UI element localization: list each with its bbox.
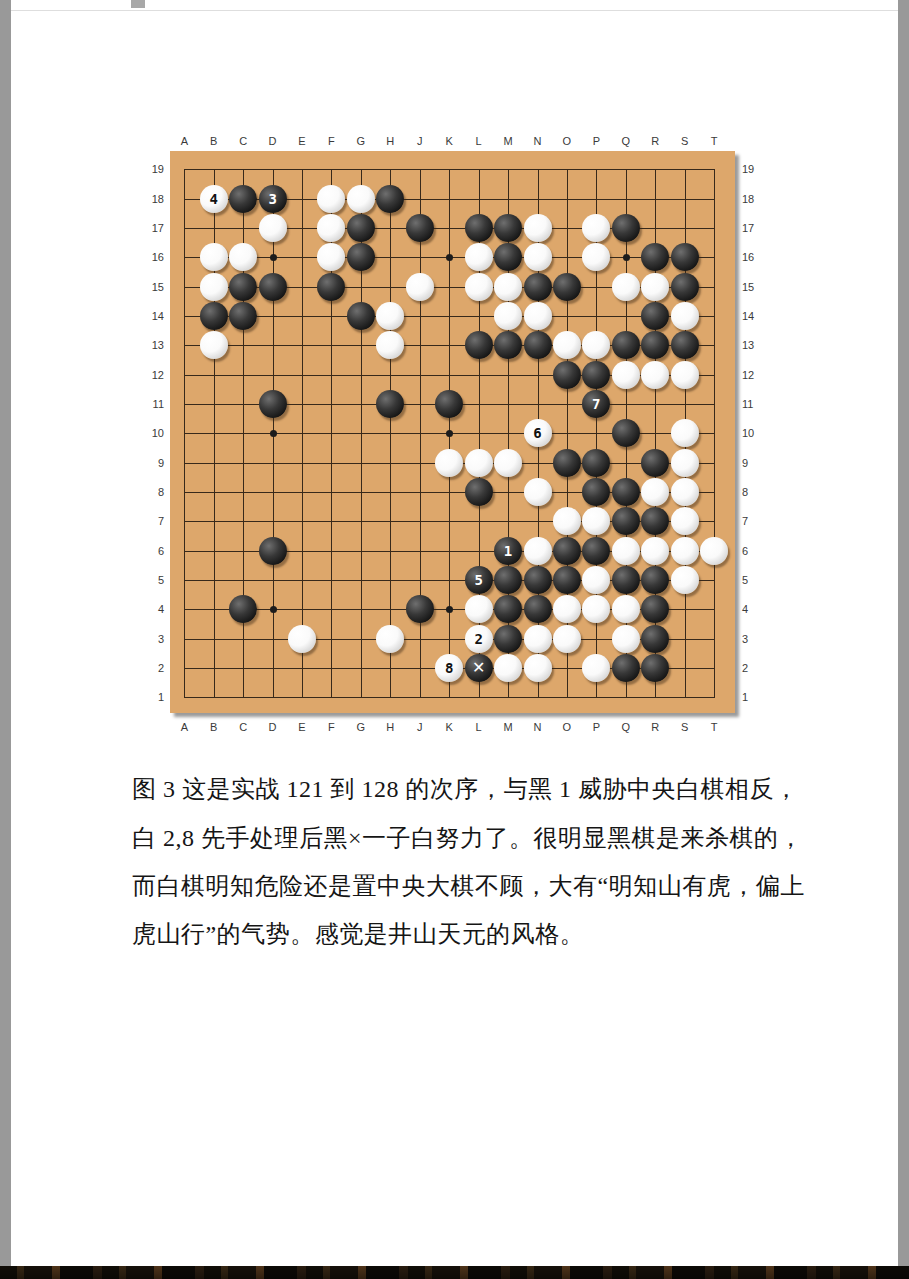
white-stone-B15 bbox=[200, 273, 228, 301]
white-stone-R8 bbox=[641, 478, 669, 506]
black-stone-P11: 7 bbox=[582, 390, 610, 418]
coord-label-top: R bbox=[645, 134, 665, 148]
coord-label-bottom: O bbox=[557, 720, 577, 734]
black-stone-N13 bbox=[524, 331, 552, 359]
coord-label-left: 12 bbox=[140, 368, 164, 382]
black-stone-C14 bbox=[229, 302, 257, 330]
white-stone-S14 bbox=[671, 302, 699, 330]
white-stone-Q3 bbox=[612, 625, 640, 653]
coord-label-left: 17 bbox=[140, 221, 164, 235]
coord-label-bottom: P bbox=[586, 720, 606, 734]
star-point bbox=[270, 254, 277, 261]
coord-label-top: O bbox=[557, 134, 577, 148]
coord-label-bottom: H bbox=[380, 720, 400, 734]
white-stone-R12 bbox=[641, 361, 669, 389]
white-stone-D17 bbox=[259, 214, 287, 242]
white-stone-O7 bbox=[553, 507, 581, 535]
coord-label-top: A bbox=[174, 134, 194, 148]
coord-label-right: 5 bbox=[742, 573, 766, 587]
white-stone-E3 bbox=[288, 625, 316, 653]
right-gutter bbox=[898, 0, 909, 1266]
star-point bbox=[270, 606, 277, 613]
coord-label-left: 6 bbox=[140, 544, 164, 558]
white-stone-S10 bbox=[671, 419, 699, 447]
white-stone-L16 bbox=[465, 243, 493, 271]
black-stone-L2: ✕ bbox=[465, 654, 493, 682]
x-mark: ✕ bbox=[472, 660, 485, 676]
coord-label-right: 8 bbox=[742, 485, 766, 499]
black-stone-S16 bbox=[671, 243, 699, 271]
white-stone-H14 bbox=[376, 302, 404, 330]
coord-label-top: G bbox=[351, 134, 371, 148]
black-stone-Q2 bbox=[612, 654, 640, 682]
black-stone-Q8 bbox=[612, 478, 640, 506]
black-stone-P12 bbox=[582, 361, 610, 389]
black-stone-R14 bbox=[641, 302, 669, 330]
coord-label-bottom: N bbox=[528, 720, 548, 734]
black-stone-P6 bbox=[582, 537, 610, 565]
white-stone-Q6 bbox=[612, 537, 640, 565]
coord-label-right: 1 bbox=[742, 690, 766, 704]
coord-label-left: 11 bbox=[140, 397, 164, 411]
white-stone-S5 bbox=[671, 566, 699, 594]
coord-label-left: 16 bbox=[140, 250, 164, 264]
white-stone-S7 bbox=[671, 507, 699, 535]
coord-label-bottom: M bbox=[498, 720, 518, 734]
white-stone-Q12 bbox=[612, 361, 640, 389]
white-stone-M2 bbox=[494, 654, 522, 682]
coord-label-right: 3 bbox=[742, 632, 766, 646]
move-number-label: 1 bbox=[504, 543, 512, 559]
black-stone-P8 bbox=[582, 478, 610, 506]
white-stone-P2 bbox=[582, 654, 610, 682]
coord-label-bottom: B bbox=[204, 720, 224, 734]
coord-label-right: 12 bbox=[742, 368, 766, 382]
coord-label-top: L bbox=[469, 134, 489, 148]
coord-label-right: 9 bbox=[742, 456, 766, 470]
white-stone-S12 bbox=[671, 361, 699, 389]
coord-label-bottom: G bbox=[351, 720, 371, 734]
white-stone-N17 bbox=[524, 214, 552, 242]
black-stone-Q17 bbox=[612, 214, 640, 242]
black-stone-O5 bbox=[553, 566, 581, 594]
black-stone-C15 bbox=[229, 273, 257, 301]
white-stone-R6 bbox=[641, 537, 669, 565]
coord-label-bottom: L bbox=[469, 720, 489, 734]
black-stone-R2 bbox=[641, 654, 669, 682]
black-stone-L17 bbox=[465, 214, 493, 242]
coord-label-bottom: A bbox=[174, 720, 194, 734]
black-stone-Q10 bbox=[612, 419, 640, 447]
white-stone-T6 bbox=[700, 537, 728, 565]
coord-label-top: M bbox=[498, 134, 518, 148]
white-stone-O13 bbox=[553, 331, 581, 359]
black-stone-O15 bbox=[553, 273, 581, 301]
coord-label-bottom: R bbox=[645, 720, 665, 734]
grid-line-vertical bbox=[714, 169, 715, 698]
star-point bbox=[270, 430, 277, 437]
black-stone-D15 bbox=[259, 273, 287, 301]
black-stone-C18 bbox=[229, 185, 257, 213]
black-stone-L13 bbox=[465, 331, 493, 359]
black-stone-G16 bbox=[347, 243, 375, 271]
black-stone-F15 bbox=[317, 273, 345, 301]
coord-label-right: 18 bbox=[742, 192, 766, 206]
coord-label-bottom: T bbox=[704, 720, 724, 734]
caption-line-1[interactable]: 图 3 这是实战 121 到 128 的次序，与黑 1 威胁中央白棋相反， bbox=[132, 773, 799, 805]
black-stone-J4 bbox=[406, 595, 434, 623]
white-stone-Q15 bbox=[612, 273, 640, 301]
coord-label-right: 11 bbox=[742, 397, 766, 411]
coord-label-left: 18 bbox=[140, 192, 164, 206]
coord-label-left: 14 bbox=[140, 309, 164, 323]
coord-label-left: 7 bbox=[140, 514, 164, 528]
coord-label-left: 19 bbox=[140, 162, 164, 176]
black-stone-B14 bbox=[200, 302, 228, 330]
white-stone-L9 bbox=[465, 449, 493, 477]
white-stone-O4 bbox=[553, 595, 581, 623]
white-stone-S9 bbox=[671, 449, 699, 477]
black-stone-Q5 bbox=[612, 566, 640, 594]
coord-label-top: B bbox=[204, 134, 224, 148]
black-stone-R9 bbox=[641, 449, 669, 477]
move-number-label: 7 bbox=[592, 396, 600, 412]
coord-label-top: K bbox=[439, 134, 459, 148]
go-board-figure[interactable]: AABBCCDDEEFFGGHHJJKKLLMMNNOOPPQQRRSSTT19… bbox=[140, 128, 765, 743]
black-stone-O12 bbox=[553, 361, 581, 389]
white-stone-O3 bbox=[553, 625, 581, 653]
coord-label-left: 1 bbox=[140, 690, 164, 704]
coord-label-top: D bbox=[263, 134, 283, 148]
caption-line-3[interactable]: 而白棋明知危险还是置中央大棋不顾，大有“明知山有虎，偏上 bbox=[132, 870, 805, 902]
black-stone-N4 bbox=[524, 595, 552, 623]
black-stone-D18: 3 bbox=[259, 185, 287, 213]
white-stone-H3 bbox=[376, 625, 404, 653]
black-stone-R5 bbox=[641, 566, 669, 594]
black-stone-M5 bbox=[494, 566, 522, 594]
move-number-label: 8 bbox=[445, 660, 453, 676]
coord-label-right: 6 bbox=[742, 544, 766, 558]
move-number-label: 5 bbox=[474, 572, 482, 588]
black-stone-L8 bbox=[465, 478, 493, 506]
desktop-wallpaper-strip bbox=[0, 1266, 909, 1279]
black-stone-G17 bbox=[347, 214, 375, 242]
black-stone-N15 bbox=[524, 273, 552, 301]
coord-label-top: N bbox=[528, 134, 548, 148]
black-stone-H11 bbox=[376, 390, 404, 418]
coord-label-bottom: Q bbox=[616, 720, 636, 734]
coord-label-left: 9 bbox=[140, 456, 164, 470]
white-stone-L3: 2 bbox=[465, 625, 493, 653]
black-stone-M3 bbox=[494, 625, 522, 653]
coord-label-bottom: E bbox=[292, 720, 312, 734]
coord-label-left: 3 bbox=[140, 632, 164, 646]
white-stone-R15 bbox=[641, 273, 669, 301]
black-stone-O6 bbox=[553, 537, 581, 565]
black-stone-N5 bbox=[524, 566, 552, 594]
coord-label-top: F bbox=[321, 134, 341, 148]
white-stone-K9 bbox=[435, 449, 463, 477]
coord-label-top: S bbox=[675, 134, 695, 148]
white-stone-P5 bbox=[582, 566, 610, 594]
white-stone-G18 bbox=[347, 185, 375, 213]
coord-label-bottom: C bbox=[233, 720, 253, 734]
white-stone-N6 bbox=[524, 537, 552, 565]
coord-label-right: 17 bbox=[742, 221, 766, 235]
coord-label-top: E bbox=[292, 134, 312, 148]
black-stone-M6: 1 bbox=[494, 537, 522, 565]
white-stone-J15 bbox=[406, 273, 434, 301]
grid-line-horizontal bbox=[184, 697, 715, 698]
coord-label-left: 8 bbox=[140, 485, 164, 499]
page-top-divider bbox=[11, 10, 898, 11]
coord-label-bottom: S bbox=[675, 720, 695, 734]
coord-label-right: 4 bbox=[742, 602, 766, 616]
coord-label-right: 2 bbox=[742, 661, 766, 675]
white-stone-Q4 bbox=[612, 595, 640, 623]
white-stone-N2 bbox=[524, 654, 552, 682]
coord-label-top: P bbox=[586, 134, 606, 148]
coord-label-left: 5 bbox=[140, 573, 164, 587]
coord-label-right: 16 bbox=[742, 250, 766, 264]
coord-label-bottom: K bbox=[439, 720, 459, 734]
move-number-label: 6 bbox=[533, 425, 541, 441]
caption-line-4[interactable]: 虎山行”的气势。感觉是井山天元的风格。 bbox=[132, 918, 584, 950]
white-stone-B18: 4 bbox=[200, 185, 228, 213]
black-stone-D6 bbox=[259, 537, 287, 565]
white-stone-B13 bbox=[200, 331, 228, 359]
black-stone-L5: 5 bbox=[465, 566, 493, 594]
coord-label-bottom: F bbox=[321, 720, 341, 734]
white-stone-M15 bbox=[494, 273, 522, 301]
black-stone-O9 bbox=[553, 449, 581, 477]
coord-label-right: 13 bbox=[742, 338, 766, 352]
black-stone-R3 bbox=[641, 625, 669, 653]
coord-label-left: 13 bbox=[140, 338, 164, 352]
white-stone-N14 bbox=[524, 302, 552, 330]
coord-label-top: Q bbox=[616, 134, 636, 148]
white-stone-L15 bbox=[465, 273, 493, 301]
white-stone-N8 bbox=[524, 478, 552, 506]
coord-label-top: J bbox=[410, 134, 430, 148]
black-stone-K11 bbox=[435, 390, 463, 418]
white-stone-F18 bbox=[317, 185, 345, 213]
black-stone-P9 bbox=[582, 449, 610, 477]
coord-label-right: 15 bbox=[742, 280, 766, 294]
coord-label-top: H bbox=[380, 134, 400, 148]
move-number-label: 2 bbox=[474, 631, 482, 647]
white-stone-K2: 8 bbox=[435, 654, 463, 682]
white-stone-L4 bbox=[465, 595, 493, 623]
left-gutter bbox=[0, 0, 11, 1266]
coord-label-left: 4 bbox=[140, 602, 164, 616]
black-stone-Q7 bbox=[612, 507, 640, 535]
white-stone-M14 bbox=[494, 302, 522, 330]
white-stone-N16 bbox=[524, 243, 552, 271]
coord-label-bottom: J bbox=[410, 720, 430, 734]
move-number-label: 3 bbox=[268, 191, 276, 207]
white-stone-N10: 6 bbox=[524, 419, 552, 447]
black-stone-S13 bbox=[671, 331, 699, 359]
black-stone-H18 bbox=[376, 185, 404, 213]
coord-label-right: 19 bbox=[742, 162, 766, 176]
coord-label-top: C bbox=[233, 134, 253, 148]
move-number-label: 4 bbox=[209, 191, 217, 207]
ruler-marker bbox=[131, 0, 145, 8]
coord-label-bottom: D bbox=[263, 720, 283, 734]
coord-label-right: 10 bbox=[742, 426, 766, 440]
black-stone-J17 bbox=[406, 214, 434, 242]
black-stone-D11 bbox=[259, 390, 287, 418]
coord-label-right: 7 bbox=[742, 514, 766, 528]
black-stone-M17 bbox=[494, 214, 522, 242]
document-page: AABBCCDDEEFFGGHHJJKKLLMMNNOOPPQQRRSSTT19… bbox=[0, 0, 909, 1279]
black-stone-S15 bbox=[671, 273, 699, 301]
white-stone-S6 bbox=[671, 537, 699, 565]
coord-label-left: 15 bbox=[140, 280, 164, 294]
white-stone-B16 bbox=[200, 243, 228, 271]
white-stone-S8 bbox=[671, 478, 699, 506]
coord-label-left: 2 bbox=[140, 661, 164, 675]
coord-label-right: 14 bbox=[742, 309, 766, 323]
white-stone-M9 bbox=[494, 449, 522, 477]
coord-label-top: T bbox=[704, 134, 724, 148]
coord-label-left: 10 bbox=[140, 426, 164, 440]
black-stone-G14 bbox=[347, 302, 375, 330]
black-stone-Q13 bbox=[612, 331, 640, 359]
white-stone-N3 bbox=[524, 625, 552, 653]
caption-line-2[interactable]: 白 2,8 先手处理后黑×一子白努力了。很明显黑棋是来杀棋的， bbox=[132, 822, 803, 854]
